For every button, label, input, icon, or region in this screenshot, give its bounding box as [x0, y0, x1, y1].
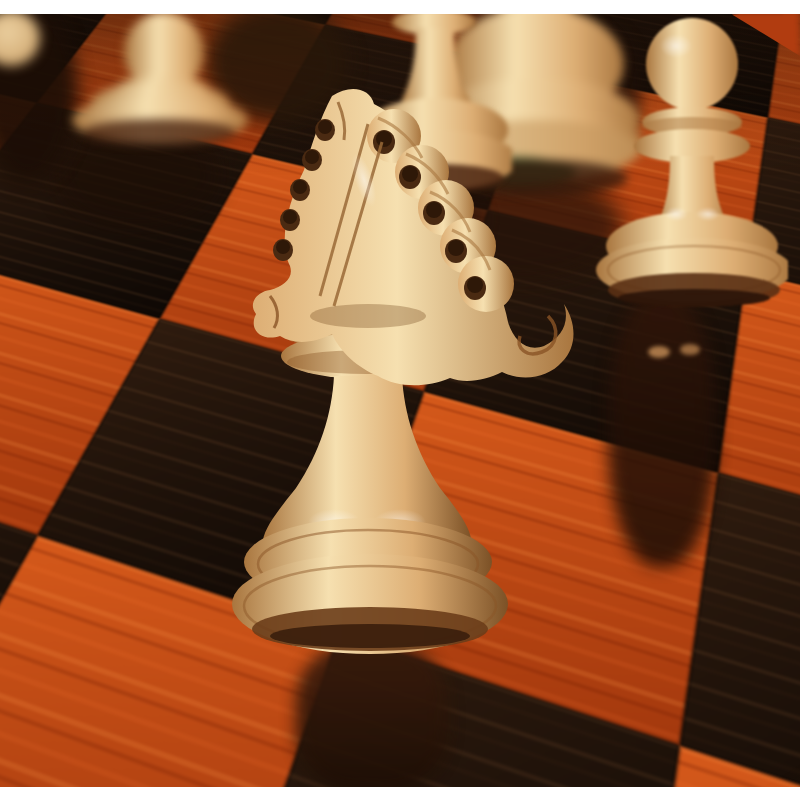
frame-strip-bottom	[0, 787, 800, 800]
knight-foreground	[218, 84, 590, 662]
reflection-right-pawn	[608, 292, 716, 567]
photo-area	[0, 0, 800, 800]
reflection-knight	[296, 642, 448, 792]
reflection-right-pawn-highlight-1	[648, 346, 670, 358]
reflection-right-pawn-highlight-2	[680, 344, 700, 355]
pawn-right	[588, 8, 788, 308]
frame-strip-top	[0, 0, 800, 14]
chess-set-photo	[0, 0, 800, 800]
